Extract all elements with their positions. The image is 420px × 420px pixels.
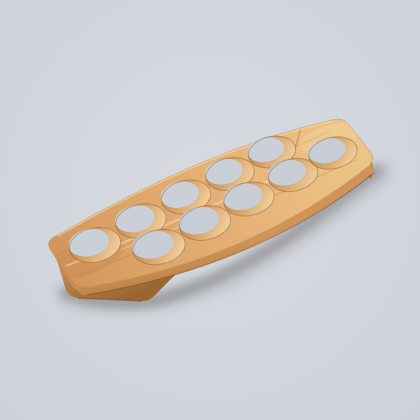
scene: [0, 0, 420, 420]
